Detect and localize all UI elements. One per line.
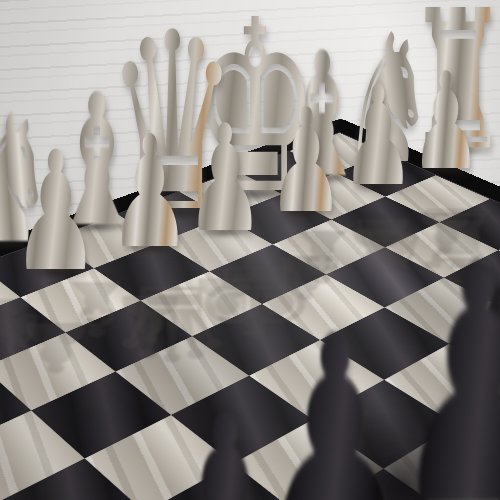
piece-black-p-e7[interactable]: ♟: [158, 383, 292, 500]
chess-set-photo: ♞♞♝♝♛♛♚♚♝♝♞♞♜♜♟♟♟♟♟♟♟♟♟♟♟♟♟♟♟♟: [0, 0, 500, 500]
piece-grey-p-d2[interactable]: ♟: [267, 89, 344, 233]
piece-grey-p-b2[interactable]: ♟: [108, 115, 191, 270]
piece-grey-p-e2[interactable]: ♟: [341, 68, 415, 206]
piece-grey-p-a2[interactable]: ♟: [12, 130, 101, 295]
piece-grey-p-c2[interactable]: ♟: [185, 105, 265, 253]
